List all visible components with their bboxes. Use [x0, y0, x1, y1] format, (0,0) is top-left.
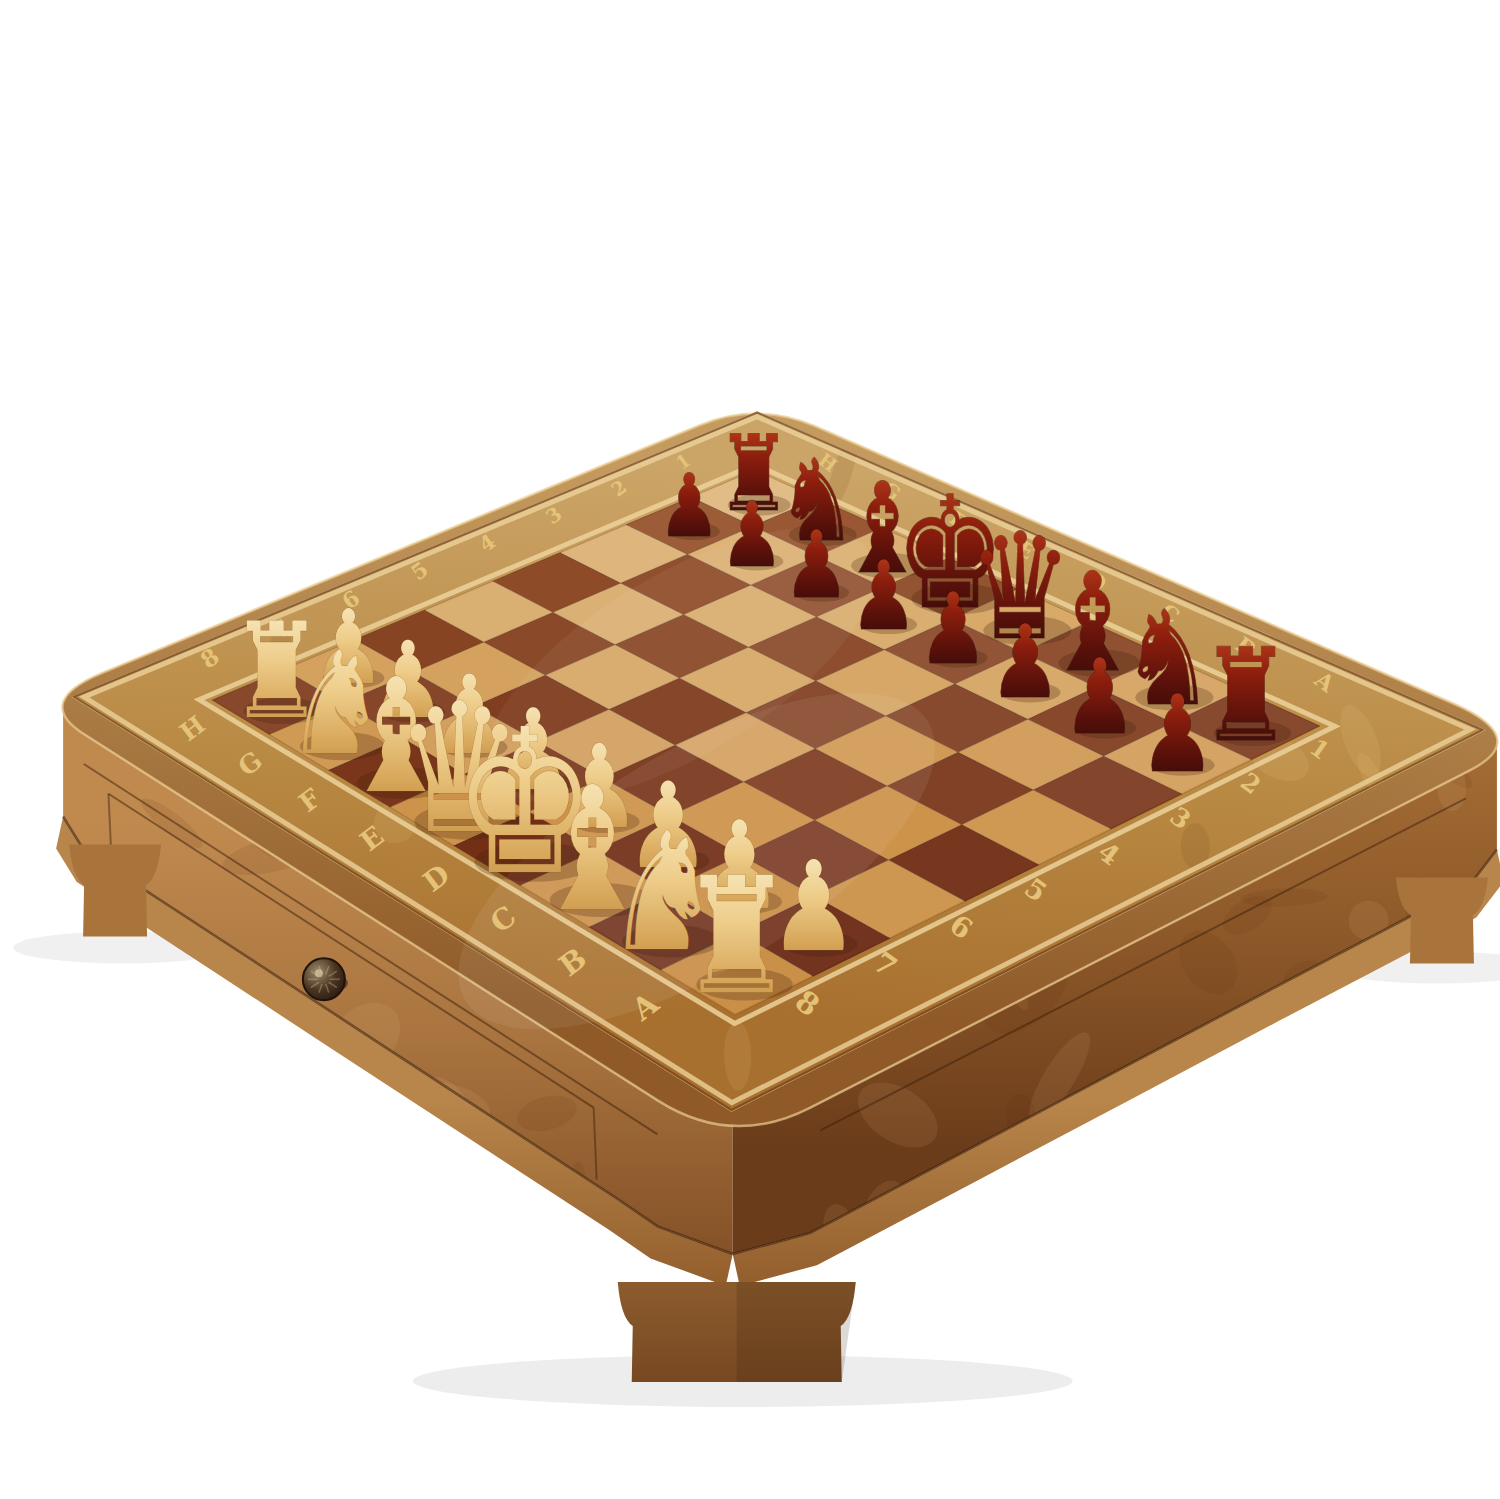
chess-set-product-photo: AA88BB77CC66DD55EE44FF33GG22HH11♜♟♞♟♝♟♚♟…	[0, 0, 1500, 1499]
piece-dark-pawn-b2: ♟	[1063, 637, 1137, 757]
piece-dark-pawn-a2: ♟	[1139, 671, 1215, 796]
near-foot-shaded-side	[737, 1282, 856, 1382]
piece-dark-pawn-d2: ♟	[918, 571, 988, 686]
piece-dark-pawn-e2: ♟	[849, 541, 917, 651]
chessboard-casket-illustration: AA88BB77CC66DD55EE44FF33GG22HH11♜♟♞♟♝♟♚♟…	[0, 0, 1500, 1499]
piece-dark-pawn-h2: ♟	[658, 455, 720, 557]
piece-dark-pawn-c2: ♟	[989, 604, 1061, 722]
piece-dark-pawn-f2: ♟	[783, 511, 849, 619]
piece-dark-pawn-g2: ♟	[720, 482, 784, 587]
piece-light-rook-a8: ♜	[679, 843, 794, 1030]
